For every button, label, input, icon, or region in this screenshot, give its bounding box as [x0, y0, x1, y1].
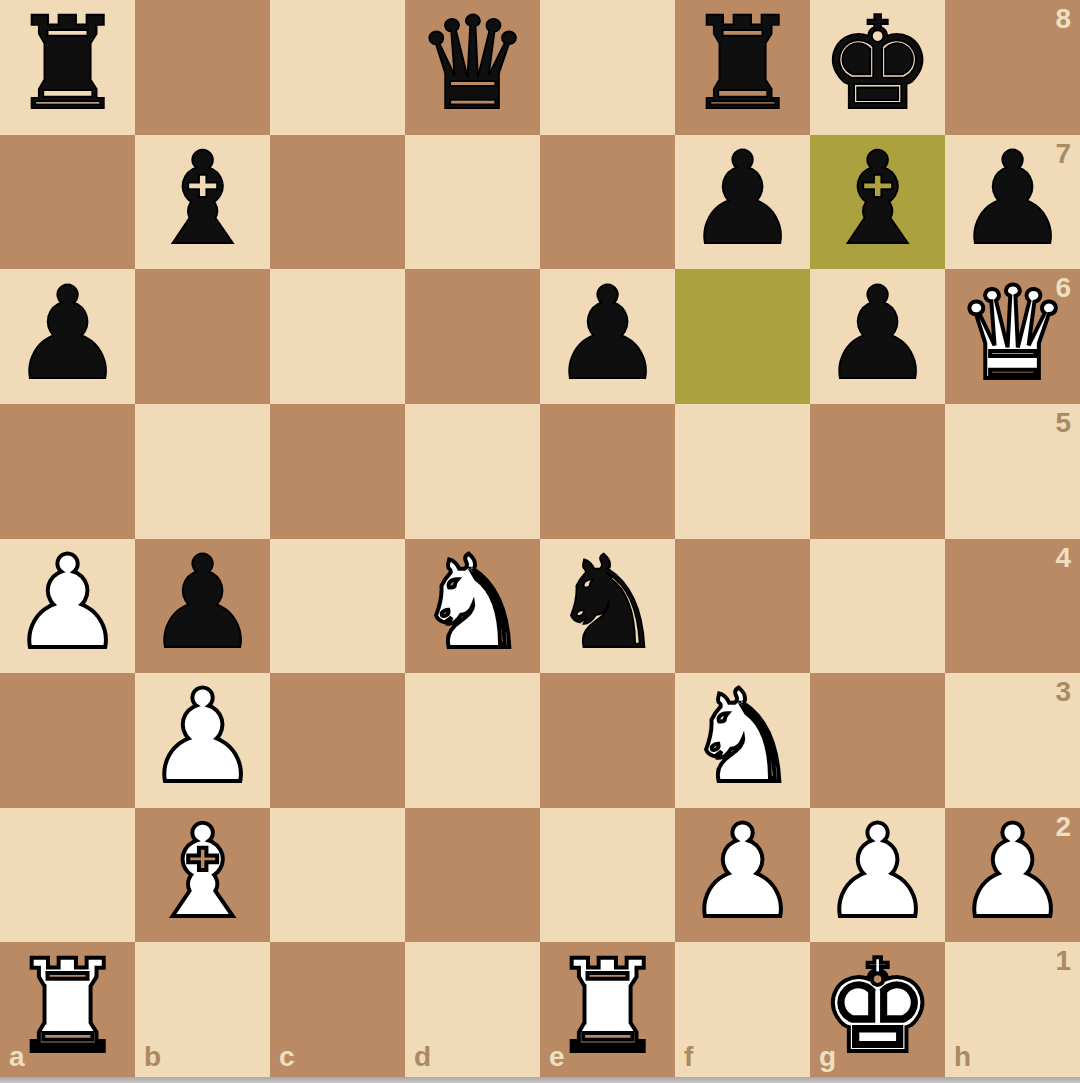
file-label-d: d: [414, 1043, 431, 1071]
square-a1[interactable]: a♜: [0, 942, 135, 1077]
black-queen-d8[interactable]: ♛: [415, 0, 530, 128]
square-d3[interactable]: [405, 673, 540, 808]
black-pawn-e6[interactable]: ♟: [550, 270, 665, 398]
white-pawn-h2[interactable]: ♟: [955, 808, 1070, 936]
square-d5[interactable]: [405, 404, 540, 539]
square-g4[interactable]: [810, 539, 945, 674]
black-bishop-b7[interactable]: ♝: [145, 135, 260, 263]
white-knight-d4[interactable]: ♞: [415, 539, 530, 667]
square-b3[interactable]: ♟: [135, 673, 270, 808]
square-f7[interactable]: ♟: [675, 135, 810, 270]
square-g5[interactable]: [810, 404, 945, 539]
square-c5[interactable]: [270, 404, 405, 539]
square-a3[interactable]: [0, 673, 135, 808]
rank-label-5: 5: [1055, 409, 1071, 437]
file-label-f: f: [684, 1043, 693, 1071]
square-e1[interactable]: e♜: [540, 942, 675, 1077]
black-rook-a8[interactable]: ♜: [10, 0, 125, 128]
square-d1[interactable]: d: [405, 942, 540, 1077]
file-label-b: b: [144, 1043, 161, 1071]
square-h2[interactable]: 2♟: [945, 808, 1080, 943]
rank-label-3: 3: [1055, 678, 1071, 706]
square-e6[interactable]: ♟: [540, 269, 675, 404]
square-c2[interactable]: [270, 808, 405, 943]
white-rook-e1[interactable]: ♜: [550, 943, 665, 1071]
black-pawn-a6[interactable]: ♟: [10, 270, 125, 398]
square-f1[interactable]: f: [675, 942, 810, 1077]
square-a4[interactable]: ♟: [0, 539, 135, 674]
white-queen-h6[interactable]: ♛: [955, 270, 1070, 398]
square-h5[interactable]: 5: [945, 404, 1080, 539]
square-b7[interactable]: ♝: [135, 135, 270, 270]
file-label-c: c: [279, 1043, 295, 1071]
square-b2[interactable]: ♝: [135, 808, 270, 943]
square-h7[interactable]: 7♟: [945, 135, 1080, 270]
square-d8[interactable]: ♛: [405, 0, 540, 135]
square-c8[interactable]: [270, 0, 405, 135]
white-pawn-f2[interactable]: ♟: [685, 808, 800, 936]
square-c1[interactable]: c: [270, 942, 405, 1077]
black-pawn-f7[interactable]: ♟: [685, 135, 800, 263]
rank-label-1: 1: [1055, 947, 1071, 975]
square-h6[interactable]: 6♛: [945, 269, 1080, 404]
square-f3[interactable]: ♞: [675, 673, 810, 808]
square-d4[interactable]: ♞: [405, 539, 540, 674]
square-b5[interactable]: [135, 404, 270, 539]
square-e2[interactable]: [540, 808, 675, 943]
square-d2[interactable]: [405, 808, 540, 943]
square-b4[interactable]: ♟: [135, 539, 270, 674]
white-pawn-b3[interactable]: ♟: [145, 673, 260, 801]
black-pawn-b4[interactable]: ♟: [145, 539, 260, 667]
square-e7[interactable]: [540, 135, 675, 270]
square-g1[interactable]: g♚: [810, 942, 945, 1077]
black-king-g8[interactable]: ♚: [820, 0, 935, 128]
black-bishop-g7[interactable]: ♝: [820, 135, 935, 263]
square-f6[interactable]: [675, 269, 810, 404]
square-d7[interactable]: [405, 135, 540, 270]
square-f2[interactable]: ♟: [675, 808, 810, 943]
square-f4[interactable]: [675, 539, 810, 674]
chess-board-page: ♜♛♜♚8♝♟♝7♟♟♟♟6♛5♟♟♞♞4♟♞3♝♟♟2♟a♜bcde♜fg♚1…: [0, 0, 1080, 1083]
black-pawn-h7[interactable]: ♟: [955, 135, 1070, 263]
square-a2[interactable]: [0, 808, 135, 943]
rank-label-4: 4: [1055, 544, 1071, 572]
black-knight-e4[interactable]: ♞: [550, 539, 665, 667]
white-bishop-b2[interactable]: ♝: [145, 808, 260, 936]
white-pawn-a4[interactable]: ♟: [10, 539, 125, 667]
square-c7[interactable]: [270, 135, 405, 270]
square-h3[interactable]: 3: [945, 673, 1080, 808]
square-g8[interactable]: ♚: [810, 0, 945, 135]
square-c6[interactable]: [270, 269, 405, 404]
square-f5[interactable]: [675, 404, 810, 539]
square-f8[interactable]: ♜: [675, 0, 810, 135]
square-b1[interactable]: b: [135, 942, 270, 1077]
square-h8[interactable]: 8: [945, 0, 1080, 135]
square-h1[interactable]: 1h: [945, 942, 1080, 1077]
square-a5[interactable]: [0, 404, 135, 539]
square-h4[interactable]: 4: [945, 539, 1080, 674]
square-e8[interactable]: [540, 0, 675, 135]
chess-board: ♜♛♜♚8♝♟♝7♟♟♟♟6♛5♟♟♞♞4♟♞3♝♟♟2♟a♜bcde♜fg♚1…: [0, 0, 1080, 1077]
white-king-g1[interactable]: ♚: [820, 943, 935, 1071]
white-knight-f3[interactable]: ♞: [685, 673, 800, 801]
rank-label-8: 8: [1055, 5, 1071, 33]
square-d6[interactable]: [405, 269, 540, 404]
square-e4[interactable]: ♞: [540, 539, 675, 674]
square-g3[interactable]: [810, 673, 945, 808]
square-c3[interactable]: [270, 673, 405, 808]
file-label-h: h: [954, 1043, 971, 1071]
square-b8[interactable]: [135, 0, 270, 135]
white-rook-a1[interactable]: ♜: [10, 943, 125, 1071]
square-a6[interactable]: ♟: [0, 269, 135, 404]
square-e3[interactable]: [540, 673, 675, 808]
square-g6[interactable]: ♟: [810, 269, 945, 404]
square-c4[interactable]: [270, 539, 405, 674]
square-a8[interactable]: ♜: [0, 0, 135, 135]
square-e5[interactable]: [540, 404, 675, 539]
square-g7[interactable]: ♝: [810, 135, 945, 270]
square-b6[interactable]: [135, 269, 270, 404]
square-a7[interactable]: [0, 135, 135, 270]
black-pawn-g6[interactable]: ♟: [820, 270, 935, 398]
white-pawn-g2[interactable]: ♟: [820, 808, 935, 936]
black-rook-f8[interactable]: ♜: [685, 0, 800, 128]
square-g2[interactable]: ♟: [810, 808, 945, 943]
